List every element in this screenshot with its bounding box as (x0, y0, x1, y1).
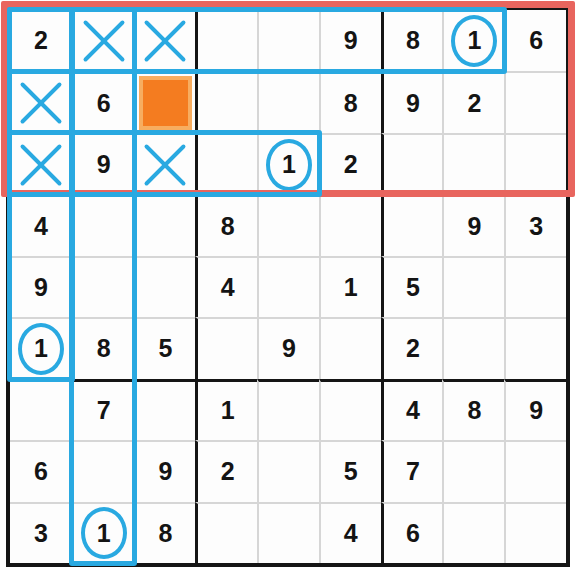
digit: 9 (97, 152, 111, 177)
cell-r3c5[interactable]: 1 (257, 133, 319, 194)
cell-r8c6[interactable]: 5 (319, 440, 381, 501)
digit: 2 (467, 91, 481, 116)
cell-r6c5[interactable]: 9 (257, 317, 319, 378)
cell-r3c6[interactable]: 2 (319, 133, 381, 194)
digit: 6 (34, 459, 48, 484)
digit: 5 (406, 275, 420, 300)
cell-r3c3[interactable] (134, 133, 196, 194)
cell-r5c3[interactable] (134, 256, 196, 317)
cell-r2c6[interactable]: 8 (319, 71, 381, 132)
cell-r5c4[interactable]: 4 (195, 256, 257, 317)
cell-r1c3[interactable] (134, 10, 196, 71)
digit: 8 (467, 398, 481, 423)
cell-r8c4[interactable]: 2 (195, 440, 257, 501)
cell-r1c1[interactable]: 2 (10, 10, 72, 71)
cell-r5c5[interactable] (257, 256, 319, 317)
digit: 1 (221, 398, 235, 423)
cell-r1c5[interactable] (257, 10, 319, 71)
cell-r1c6[interactable]: 9 (319, 10, 381, 71)
digit: 1 (282, 152, 296, 177)
cell-r2c1[interactable] (10, 71, 72, 132)
digit: 3 (34, 521, 48, 546)
cell-r2c8[interactable]: 2 (442, 71, 504, 132)
cell-r2c2[interactable]: 6 (72, 71, 134, 132)
cell-r7c3[interactable] (134, 379, 196, 440)
cell-r6c3[interactable]: 5 (134, 317, 196, 378)
cell-r7c6[interactable] (319, 379, 381, 440)
cell-r1c8[interactable]: 1 (442, 10, 504, 71)
digit: 3 (529, 214, 543, 239)
digit: 9 (529, 398, 543, 423)
cell-r8c7[interactable]: 7 (381, 440, 443, 501)
cell-r9c3[interactable]: 8 (134, 502, 196, 563)
digit: 1 (344, 275, 358, 300)
cell-r1c7[interactable]: 8 (381, 10, 443, 71)
cell-r4c9[interactable]: 3 (504, 194, 566, 255)
digit: 5 (344, 459, 358, 484)
digit: 8 (221, 214, 235, 239)
digit: 8 (406, 28, 420, 53)
digit: 4 (344, 521, 358, 546)
digit: 8 (158, 521, 172, 546)
digit: 2 (221, 459, 235, 484)
orange-square-annotation (139, 76, 193, 129)
cell-r5c6[interactable]: 1 (319, 256, 381, 317)
cell-r7c5[interactable] (257, 379, 319, 440)
cell-r2c5[interactable] (257, 71, 319, 132)
digit: 9 (34, 275, 48, 300)
cell-r4c4[interactable]: 8 (195, 194, 257, 255)
digit: 1 (34, 336, 48, 361)
digit: 6 (529, 28, 543, 53)
cell-r4c1[interactable]: 4 (10, 194, 72, 255)
cell-r7c2[interactable]: 7 (72, 379, 134, 440)
digit: 6 (406, 521, 420, 546)
cell-r9c2[interactable]: 1 (72, 502, 134, 563)
cell-r7c7[interactable]: 4 (381, 379, 443, 440)
cell-r9c6[interactable]: 4 (319, 502, 381, 563)
cell-r8c8[interactable] (442, 440, 504, 501)
cell-r4c2[interactable] (72, 194, 134, 255)
digit: 6 (97, 91, 111, 116)
digit: 9 (282, 336, 296, 361)
cell-r6c7[interactable]: 2 (381, 317, 443, 378)
cell-r8c9[interactable] (504, 440, 566, 501)
cell-r3c8[interactable] (442, 133, 504, 194)
cell-r2c7[interactable]: 9 (381, 71, 443, 132)
cell-r2c9[interactable] (504, 71, 566, 132)
cell-r9c1[interactable]: 3 (10, 502, 72, 563)
x-mark-icon (17, 143, 64, 187)
cell-r8c3[interactable]: 9 (134, 440, 196, 501)
digit: 2 (34, 28, 48, 53)
cell-r9c7[interactable]: 6 (381, 502, 443, 563)
cell-r3c1[interactable] (10, 133, 72, 194)
sudoku-board: 2981668929124893941518592714896925731846 (6, 6, 570, 567)
x-mark-icon (17, 81, 64, 125)
cell-r5c9[interactable] (504, 256, 566, 317)
sudoku-grid: 2981668929124893941518592714896925731846 (10, 10, 566, 563)
cell-r7c8[interactable]: 8 (442, 379, 504, 440)
digit: 7 (97, 398, 111, 423)
cell-r4c8[interactable]: 9 (442, 194, 504, 255)
cell-r4c3[interactable] (134, 194, 196, 255)
x-mark-icon (80, 19, 127, 63)
digit: 8 (344, 91, 358, 116)
cell-r3c9[interactable] (504, 133, 566, 194)
cell-r3c7[interactable] (381, 133, 443, 194)
cell-r6c6[interactable] (319, 317, 381, 378)
digit: 2 (406, 336, 420, 361)
digit: 9 (344, 28, 358, 53)
cell-r5c7[interactable]: 5 (381, 256, 443, 317)
cell-r1c9[interactable]: 6 (504, 10, 566, 71)
cell-r1c4[interactable] (195, 10, 257, 71)
cell-r9c9[interactable] (504, 502, 566, 563)
cell-r5c8[interactable] (442, 256, 504, 317)
cell-r5c1[interactable]: 9 (10, 256, 72, 317)
cell-r3c2[interactable]: 9 (72, 133, 134, 194)
cell-r4c7[interactable] (381, 194, 443, 255)
cell-r8c2[interactable] (72, 440, 134, 501)
cell-r6c4[interactable] (195, 317, 257, 378)
digit: 4 (34, 214, 48, 239)
cell-r7c1[interactable] (10, 379, 72, 440)
x-mark-icon (142, 19, 189, 63)
cell-r7c4[interactable]: 1 (195, 379, 257, 440)
digit: 4 (406, 398, 420, 423)
cell-r6c8[interactable] (442, 317, 504, 378)
digit: 1 (467, 28, 481, 53)
cell-r7c9[interactable]: 9 (504, 379, 566, 440)
cell-r5c2[interactable] (72, 256, 134, 317)
cell-r8c1[interactable]: 6 (10, 440, 72, 501)
cell-r6c9[interactable] (504, 317, 566, 378)
digit: 1 (97, 521, 111, 546)
cell-r6c1[interactable]: 1 (10, 317, 72, 378)
cell-r4c5[interactable] (257, 194, 319, 255)
digit: 8 (97, 336, 111, 361)
digit: 9 (158, 459, 172, 484)
cell-r8c5[interactable] (257, 440, 319, 501)
digit: 5 (158, 336, 172, 361)
cell-r6c2[interactable]: 8 (72, 317, 134, 378)
cell-r2c3[interactable] (134, 71, 196, 132)
cell-r2c4[interactable] (195, 71, 257, 132)
cell-r9c4[interactable] (195, 502, 257, 563)
cell-r9c5[interactable] (257, 502, 319, 563)
x-mark-icon (142, 143, 189, 187)
digit: 7 (406, 459, 420, 484)
digit: 2 (344, 152, 358, 177)
cell-r9c8[interactable] (442, 502, 504, 563)
cell-r4c6[interactable] (319, 194, 381, 255)
cell-r1c2[interactable] (72, 10, 134, 71)
digit: 4 (221, 275, 235, 300)
digit: 9 (467, 214, 481, 239)
digit: 9 (406, 91, 420, 116)
cell-r3c4[interactable] (195, 133, 257, 194)
